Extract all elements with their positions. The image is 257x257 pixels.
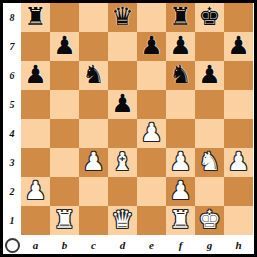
square-c4[interactable]: [79, 119, 108, 148]
square-f8[interactable]: ♜: [166, 3, 195, 32]
rank-label-5: 5: [3, 90, 21, 119]
black-queen-d8[interactable]: ♛: [111, 4, 133, 29]
rank-label-7: 7: [3, 32, 21, 61]
square-d7[interactable]: [108, 32, 137, 61]
square-b6[interactable]: [50, 61, 79, 90]
square-g7[interactable]: [195, 32, 224, 61]
rank-label-8: 8: [3, 3, 21, 32]
square-e8[interactable]: [137, 3, 166, 32]
black-pawn-b7[interactable]: ♟: [53, 33, 75, 58]
black-king-g8[interactable]: ♚: [198, 4, 220, 29]
file-label-c: c: [79, 235, 108, 254]
square-d8[interactable]: ♛: [108, 3, 137, 32]
rank-label-4: 4: [3, 119, 21, 148]
rank-labels: 87654321: [3, 3, 21, 235]
file-label-b: b: [50, 235, 79, 254]
square-e7[interactable]: ♟: [137, 32, 166, 61]
square-f7[interactable]: ♟: [166, 32, 195, 61]
square-a5[interactable]: [21, 90, 50, 119]
square-a1[interactable]: [21, 206, 50, 235]
white-pawn-e4[interactable]: ♟: [140, 120, 162, 145]
square-a2[interactable]: ♟: [21, 177, 50, 206]
square-f1[interactable]: ♜: [166, 206, 195, 235]
square-c7[interactable]: [79, 32, 108, 61]
square-c2[interactable]: [79, 177, 108, 206]
square-f2[interactable]: ♟: [166, 177, 195, 206]
square-h3[interactable]: ♟: [224, 148, 253, 177]
square-b2[interactable]: [50, 177, 79, 206]
file-label-e: e: [137, 235, 166, 254]
square-d4[interactable]: [108, 119, 137, 148]
square-f6[interactable]: ♞: [166, 61, 195, 90]
rank-label-6: 6: [3, 61, 21, 90]
square-g6[interactable]: ♟: [195, 61, 224, 90]
file-label-d: d: [108, 235, 137, 254]
square-h7[interactable]: ♟: [224, 32, 253, 61]
square-g2[interactable]: [195, 177, 224, 206]
square-g3[interactable]: ♞: [195, 148, 224, 177]
black-pawn-d5[interactable]: ♟: [111, 91, 133, 116]
square-e2[interactable]: [137, 177, 166, 206]
square-f4[interactable]: [166, 119, 195, 148]
chess-diagram: 87654321 ♜♛♜♚♟♟♟♟♟♞♞♟♟♟♟♝♟♞♟♟♟♜♛♜♚ abcde…: [0, 0, 257, 257]
file-label-a: a: [21, 235, 50, 254]
rank-label-3: 3: [3, 148, 21, 177]
square-h5[interactable]: [224, 90, 253, 119]
file-label-f: f: [166, 235, 195, 254]
square-b8[interactable]: [50, 3, 79, 32]
square-c8[interactable]: [79, 3, 108, 32]
square-h6[interactable]: [224, 61, 253, 90]
board: ♜♛♜♚♟♟♟♟♟♞♞♟♟♟♟♝♟♞♟♟♟♜♛♜♚: [21, 3, 253, 235]
square-e1[interactable]: [137, 206, 166, 235]
white-pawn-h3[interactable]: ♟: [227, 149, 249, 174]
square-h8[interactable]: [224, 3, 253, 32]
white-pawn-a2[interactable]: ♟: [24, 178, 46, 203]
square-g4[interactable]: [195, 119, 224, 148]
file-label-h: h: [224, 235, 253, 254]
square-c6[interactable]: ♞: [79, 61, 108, 90]
square-h2[interactable]: [224, 177, 253, 206]
white-pawn-f3[interactable]: ♟: [169, 149, 191, 174]
square-f3[interactable]: ♟: [166, 148, 195, 177]
square-d1[interactable]: ♛: [108, 206, 137, 235]
square-b4[interactable]: [50, 119, 79, 148]
white-king-g1[interactable]: ♚: [198, 207, 220, 232]
black-rook-f8[interactable]: ♜: [169, 4, 191, 29]
square-d3[interactable]: ♝: [108, 148, 137, 177]
square-c3[interactable]: ♟: [79, 148, 108, 177]
square-e4[interactable]: ♟: [137, 119, 166, 148]
black-pawn-h7[interactable]: ♟: [227, 33, 249, 58]
square-h4[interactable]: [224, 119, 253, 148]
square-e6[interactable]: [137, 61, 166, 90]
rank-label-1: 1: [3, 206, 21, 235]
square-c1[interactable]: [79, 206, 108, 235]
black-pawn-g6[interactable]: ♟: [198, 62, 220, 87]
square-b3[interactable]: [50, 148, 79, 177]
square-b7[interactable]: ♟: [50, 32, 79, 61]
square-e3[interactable]: [137, 148, 166, 177]
black-knight-f6[interactable]: ♞: [169, 62, 191, 87]
square-a8[interactable]: ♜: [21, 3, 50, 32]
white-rook-b1[interactable]: ♜: [53, 207, 75, 232]
square-d6[interactable]: [108, 61, 137, 90]
black-rook-a8[interactable]: ♜: [24, 4, 46, 29]
white-to-move-indicator: [5, 238, 20, 253]
square-a4[interactable]: [21, 119, 50, 148]
white-queen-d1[interactable]: ♛: [111, 207, 133, 232]
square-g8[interactable]: ♚: [195, 3, 224, 32]
square-f5[interactable]: [166, 90, 195, 119]
square-a7[interactable]: [21, 32, 50, 61]
white-knight-g3[interactable]: ♞: [198, 149, 220, 174]
square-g5[interactable]: [195, 90, 224, 119]
file-label-g: g: [195, 235, 224, 254]
square-a3[interactable]: [21, 148, 50, 177]
rank-label-2: 2: [3, 177, 21, 206]
file-labels: abcdefgh: [21, 235, 253, 254]
square-a6[interactable]: ♟: [21, 61, 50, 90]
white-pawn-c3[interactable]: ♟: [82, 149, 104, 174]
white-pawn-f2[interactable]: ♟: [169, 178, 191, 203]
square-h1[interactable]: [224, 206, 253, 235]
square-c5[interactable]: [79, 90, 108, 119]
black-knight-c6[interactable]: ♞: [82, 62, 104, 87]
square-b1[interactable]: ♜: [50, 206, 79, 235]
square-d2[interactable]: [108, 177, 137, 206]
white-bishop-d3[interactable]: ♝: [111, 149, 133, 174]
black-pawn-a6[interactable]: ♟: [24, 62, 46, 87]
square-b5[interactable]: [50, 90, 79, 119]
square-d5[interactable]: ♟: [108, 90, 137, 119]
black-pawn-e7[interactable]: ♟: [140, 33, 162, 58]
black-pawn-f7[interactable]: ♟: [169, 33, 191, 58]
square-g1[interactable]: ♚: [195, 206, 224, 235]
square-e5[interactable]: [137, 90, 166, 119]
white-rook-f1[interactable]: ♜: [169, 207, 191, 232]
